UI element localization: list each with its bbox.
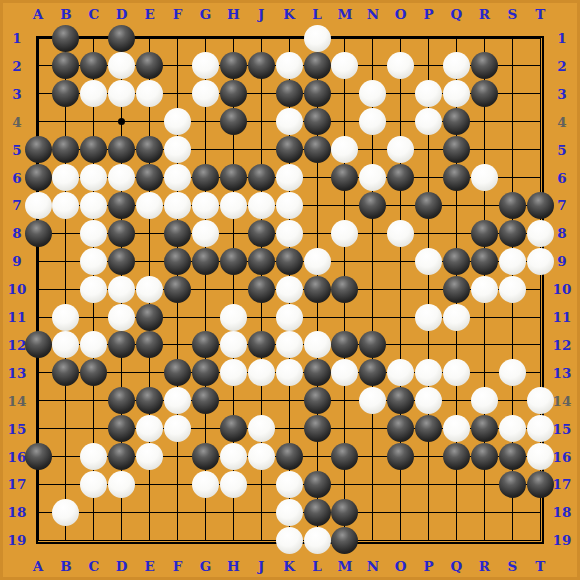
coord-label-right: 9: [557, 253, 566, 269]
go-board[interactable]: AA11BB22CC33DD44EE55FF66GG77HH88JJ99KK10…: [0, 0, 580, 580]
coord-label-right: 11: [553, 309, 572, 325]
coord-label-top: M: [337, 6, 352, 22]
coord-label-left: 11: [8, 309, 27, 325]
black-stone[interactable]: [248, 276, 275, 303]
black-stone[interactable]: [304, 359, 331, 386]
white-stone[interactable]: [220, 304, 247, 331]
coord-label-top: E: [144, 6, 154, 22]
white-stone[interactable]: [527, 387, 554, 414]
black-stone[interactable]: [443, 164, 470, 191]
white-stone[interactable]: [80, 248, 107, 275]
white-stone[interactable]: [136, 276, 163, 303]
coord-label-top: G: [200, 6, 212, 22]
coord-label-right: 5: [557, 142, 566, 158]
coord-label-left: 18: [8, 504, 27, 520]
white-stone[interactable]: [108, 164, 135, 191]
white-stone[interactable]: [136, 443, 163, 470]
coord-label-right: 6: [557, 170, 566, 186]
coord-label-right: 13: [553, 365, 572, 381]
black-stone[interactable]: [387, 443, 414, 470]
black-stone[interactable]: [164, 248, 191, 275]
white-stone[interactable]: [471, 164, 498, 191]
coord-label-bottom: P: [424, 558, 434, 574]
coord-label-top: T: [535, 6, 545, 22]
coord-label-top: P: [424, 6, 434, 22]
coord-label-left: 10: [8, 281, 27, 297]
white-stone[interactable]: [276, 164, 303, 191]
black-stone[interactable]: [304, 415, 331, 442]
black-stone[interactable]: [304, 80, 331, 107]
white-stone[interactable]: [276, 359, 303, 386]
white-stone[interactable]: [108, 304, 135, 331]
white-stone[interactable]: [499, 248, 526, 275]
white-stone[interactable]: [80, 471, 107, 498]
white-stone[interactable]: [192, 220, 219, 247]
black-stone[interactable]: [164, 220, 191, 247]
white-stone[interactable]: [220, 331, 247, 358]
white-stone[interactable]: [136, 192, 163, 219]
black-stone[interactable]: [499, 443, 526, 470]
black-stone[interactable]: [248, 248, 275, 275]
white-stone[interactable]: [52, 304, 79, 331]
coord-label-bottom: O: [395, 558, 407, 574]
black-stone[interactable]: [276, 248, 303, 275]
black-stone[interactable]: [25, 443, 52, 470]
black-stone[interactable]: [220, 108, 247, 135]
white-stone[interactable]: [220, 471, 247, 498]
white-stone[interactable]: [164, 415, 191, 442]
white-stone[interactable]: [276, 471, 303, 498]
black-stone[interactable]: [108, 220, 135, 247]
white-stone[interactable]: [387, 220, 414, 247]
white-stone[interactable]: [276, 108, 303, 135]
white-stone[interactable]: [499, 276, 526, 303]
black-stone[interactable]: [192, 359, 219, 386]
black-stone[interactable]: [276, 80, 303, 107]
black-stone[interactable]: [304, 136, 331, 163]
coord-label-left: 4: [12, 114, 21, 130]
white-stone[interactable]: [220, 359, 247, 386]
white-stone[interactable]: [248, 359, 275, 386]
coord-label-right: 18: [553, 504, 572, 520]
black-stone[interactable]: [471, 220, 498, 247]
black-stone[interactable]: [499, 471, 526, 498]
black-stone[interactable]: [276, 136, 303, 163]
coord-label-bottom: J: [258, 558, 264, 574]
black-stone[interactable]: [25, 220, 52, 247]
white-stone[interactable]: [80, 220, 107, 247]
white-stone[interactable]: [415, 304, 442, 331]
black-stone[interactable]: [304, 471, 331, 498]
black-stone[interactable]: [220, 248, 247, 275]
coord-label-left: 15: [8, 421, 27, 437]
coord-label-right: 12: [553, 337, 572, 353]
coord-label-top: J: [258, 6, 264, 22]
white-stone[interactable]: [443, 415, 470, 442]
white-stone[interactable]: [220, 192, 247, 219]
black-stone[interactable]: [304, 276, 331, 303]
coord-label-bottom: D: [116, 558, 128, 574]
coord-label-bottom: G: [200, 558, 212, 574]
black-stone[interactable]: [192, 248, 219, 275]
coord-label-bottom: N: [367, 558, 379, 574]
white-stone[interactable]: [304, 331, 331, 358]
black-stone[interactable]: [164, 276, 191, 303]
black-stone[interactable]: [136, 164, 163, 191]
white-stone[interactable]: [276, 52, 303, 79]
black-stone[interactable]: [443, 136, 470, 163]
black-stone[interactable]: [192, 443, 219, 470]
coord-label-right: 19: [553, 532, 572, 548]
black-stone[interactable]: [25, 331, 52, 358]
black-stone[interactable]: [25, 164, 52, 191]
coord-label-left: 1: [12, 30, 21, 46]
coord-label-top: N: [367, 6, 379, 22]
white-stone[interactable]: [164, 192, 191, 219]
black-stone[interactable]: [220, 80, 247, 107]
coord-label-left: 14: [8, 393, 27, 409]
white-stone[interactable]: [527, 415, 554, 442]
white-stone[interactable]: [164, 387, 191, 414]
white-stone[interactable]: [276, 527, 303, 554]
coord-label-left: 5: [12, 142, 21, 158]
coord-label-right: 16: [553, 449, 572, 465]
white-stone[interactable]: [248, 415, 275, 442]
white-stone[interactable]: [108, 276, 135, 303]
black-stone[interactable]: [108, 192, 135, 219]
coord-label-left: 12: [8, 337, 27, 353]
black-stone[interactable]: [471, 80, 498, 107]
white-stone[interactable]: [443, 304, 470, 331]
coord-label-left: 16: [8, 449, 27, 465]
coord-label-bottom: K: [283, 558, 295, 574]
black-stone[interactable]: [248, 220, 275, 247]
black-stone[interactable]: [108, 248, 135, 275]
white-stone[interactable]: [136, 415, 163, 442]
white-stone[interactable]: [304, 248, 331, 275]
white-stone[interactable]: [192, 80, 219, 107]
black-stone[interactable]: [108, 443, 135, 470]
coord-label-right: 1: [557, 30, 566, 46]
coord-label-top: Q: [451, 6, 463, 22]
black-stone[interactable]: [499, 220, 526, 247]
black-stone[interactable]: [220, 164, 247, 191]
white-stone[interactable]: [276, 331, 303, 358]
white-stone[interactable]: [304, 527, 331, 554]
white-stone[interactable]: [192, 471, 219, 498]
black-stone[interactable]: [136, 136, 163, 163]
white-stone[interactable]: [52, 499, 79, 526]
coord-label-right: 2: [557, 58, 566, 74]
black-stone[interactable]: [443, 276, 470, 303]
black-stone[interactable]: [52, 25, 79, 52]
black-stone[interactable]: [248, 331, 275, 358]
coord-label-left: 3: [12, 86, 21, 102]
black-stone[interactable]: [527, 192, 554, 219]
coord-label-bottom: E: [144, 558, 154, 574]
coord-label-left: 9: [12, 253, 21, 269]
coord-label-left: 13: [8, 365, 27, 381]
coord-label-bottom: M: [337, 558, 352, 574]
coord-label-left: 2: [12, 58, 21, 74]
white-stone[interactable]: [192, 192, 219, 219]
coord-label-top: A: [33, 6, 43, 22]
white-stone[interactable]: [108, 471, 135, 498]
coord-label-top: S: [507, 6, 517, 22]
white-stone[interactable]: [276, 304, 303, 331]
coord-label-right: 15: [553, 421, 572, 437]
coord-label-bottom: R: [479, 558, 490, 574]
coord-label-top: D: [116, 6, 128, 22]
coord-label-right: 14: [553, 393, 572, 409]
black-stone[interactable]: [443, 248, 470, 275]
black-stone[interactable]: [443, 443, 470, 470]
white-stone[interactable]: [164, 136, 191, 163]
black-stone[interactable]: [220, 415, 247, 442]
black-stone[interactable]: [471, 415, 498, 442]
black-stone[interactable]: [248, 164, 275, 191]
black-stone[interactable]: [471, 248, 498, 275]
white-stone[interactable]: [331, 220, 358, 247]
white-stone[interactable]: [276, 192, 303, 219]
coord-label-right: 10: [553, 281, 572, 297]
white-stone[interactable]: [527, 248, 554, 275]
black-stone[interactable]: [415, 415, 442, 442]
black-stone[interactable]: [276, 443, 303, 470]
white-stone[interactable]: [248, 443, 275, 470]
coord-label-top: F: [173, 6, 183, 22]
coord-label-top: K: [283, 6, 295, 22]
white-stone[interactable]: [527, 220, 554, 247]
black-stone[interactable]: [25, 136, 52, 163]
white-stone[interactable]: [499, 359, 526, 386]
coord-label-top: L: [312, 6, 322, 22]
black-stone[interactable]: [387, 164, 414, 191]
coord-label-top: C: [88, 6, 99, 22]
coord-label-left: 17: [8, 476, 27, 492]
white-stone[interactable]: [80, 276, 107, 303]
white-stone[interactable]: [304, 25, 331, 52]
coord-label-bottom: B: [60, 558, 71, 574]
coord-label-top: R: [479, 6, 490, 22]
white-stone[interactable]: [248, 192, 275, 219]
coord-label-right: 8: [557, 225, 566, 241]
black-stone[interactable]: [304, 108, 331, 135]
black-stone[interactable]: [331, 499, 358, 526]
coord-label-bottom: F: [173, 558, 183, 574]
coord-label-bottom: L: [312, 558, 322, 574]
white-stone[interactable]: [527, 443, 554, 470]
white-stone[interactable]: [276, 220, 303, 247]
black-stone[interactable]: [304, 387, 331, 414]
black-stone[interactable]: [220, 52, 247, 79]
white-stone[interactable]: [164, 164, 191, 191]
black-stone[interactable]: [108, 25, 135, 52]
coord-label-right: 7: [557, 197, 566, 213]
white-stone[interactable]: [471, 276, 498, 303]
black-stone[interactable]: [304, 499, 331, 526]
black-stone[interactable]: [527, 471, 554, 498]
white-stone[interactable]: [164, 108, 191, 135]
coord-label-left: 8: [12, 225, 21, 241]
coord-label-bottom: H: [227, 558, 240, 574]
black-stone[interactable]: [471, 443, 498, 470]
coord-label-bottom: Q: [451, 558, 463, 574]
coord-label-bottom: S: [507, 558, 517, 574]
black-stone[interactable]: [304, 52, 331, 79]
white-stone[interactable]: [220, 443, 247, 470]
coord-label-bottom: C: [88, 558, 99, 574]
white-stone[interactable]: [80, 192, 107, 219]
black-stone[interactable]: [331, 527, 358, 554]
black-stone[interactable]: [415, 192, 442, 219]
coord-label-right: 4: [557, 114, 566, 130]
coord-label-top: B: [60, 6, 71, 22]
white-stone[interactable]: [499, 415, 526, 442]
coord-label-left: 7: [12, 197, 21, 213]
white-stone[interactable]: [276, 276, 303, 303]
coord-label-bottom: T: [535, 558, 545, 574]
black-stone[interactable]: [192, 387, 219, 414]
coord-label-bottom: A: [33, 558, 43, 574]
coord-label-left: 19: [8, 532, 27, 548]
coord-label-top: H: [227, 6, 240, 22]
black-stone[interactable]: [192, 164, 219, 191]
white-stone[interactable]: [471, 387, 498, 414]
black-stone[interactable]: [136, 304, 163, 331]
white-stone[interactable]: [25, 192, 52, 219]
coord-label-right: 17: [553, 476, 572, 492]
white-stone[interactable]: [415, 248, 442, 275]
black-stone[interactable]: [499, 192, 526, 219]
white-stone[interactable]: [276, 499, 303, 526]
coord-label-left: 6: [12, 170, 21, 186]
black-stone[interactable]: [331, 276, 358, 303]
black-stone[interactable]: [248, 52, 275, 79]
black-stone[interactable]: [443, 108, 470, 135]
coord-label-right: 3: [557, 86, 566, 102]
coord-label-top: O: [395, 6, 407, 22]
black-stone[interactable]: [359, 192, 386, 219]
